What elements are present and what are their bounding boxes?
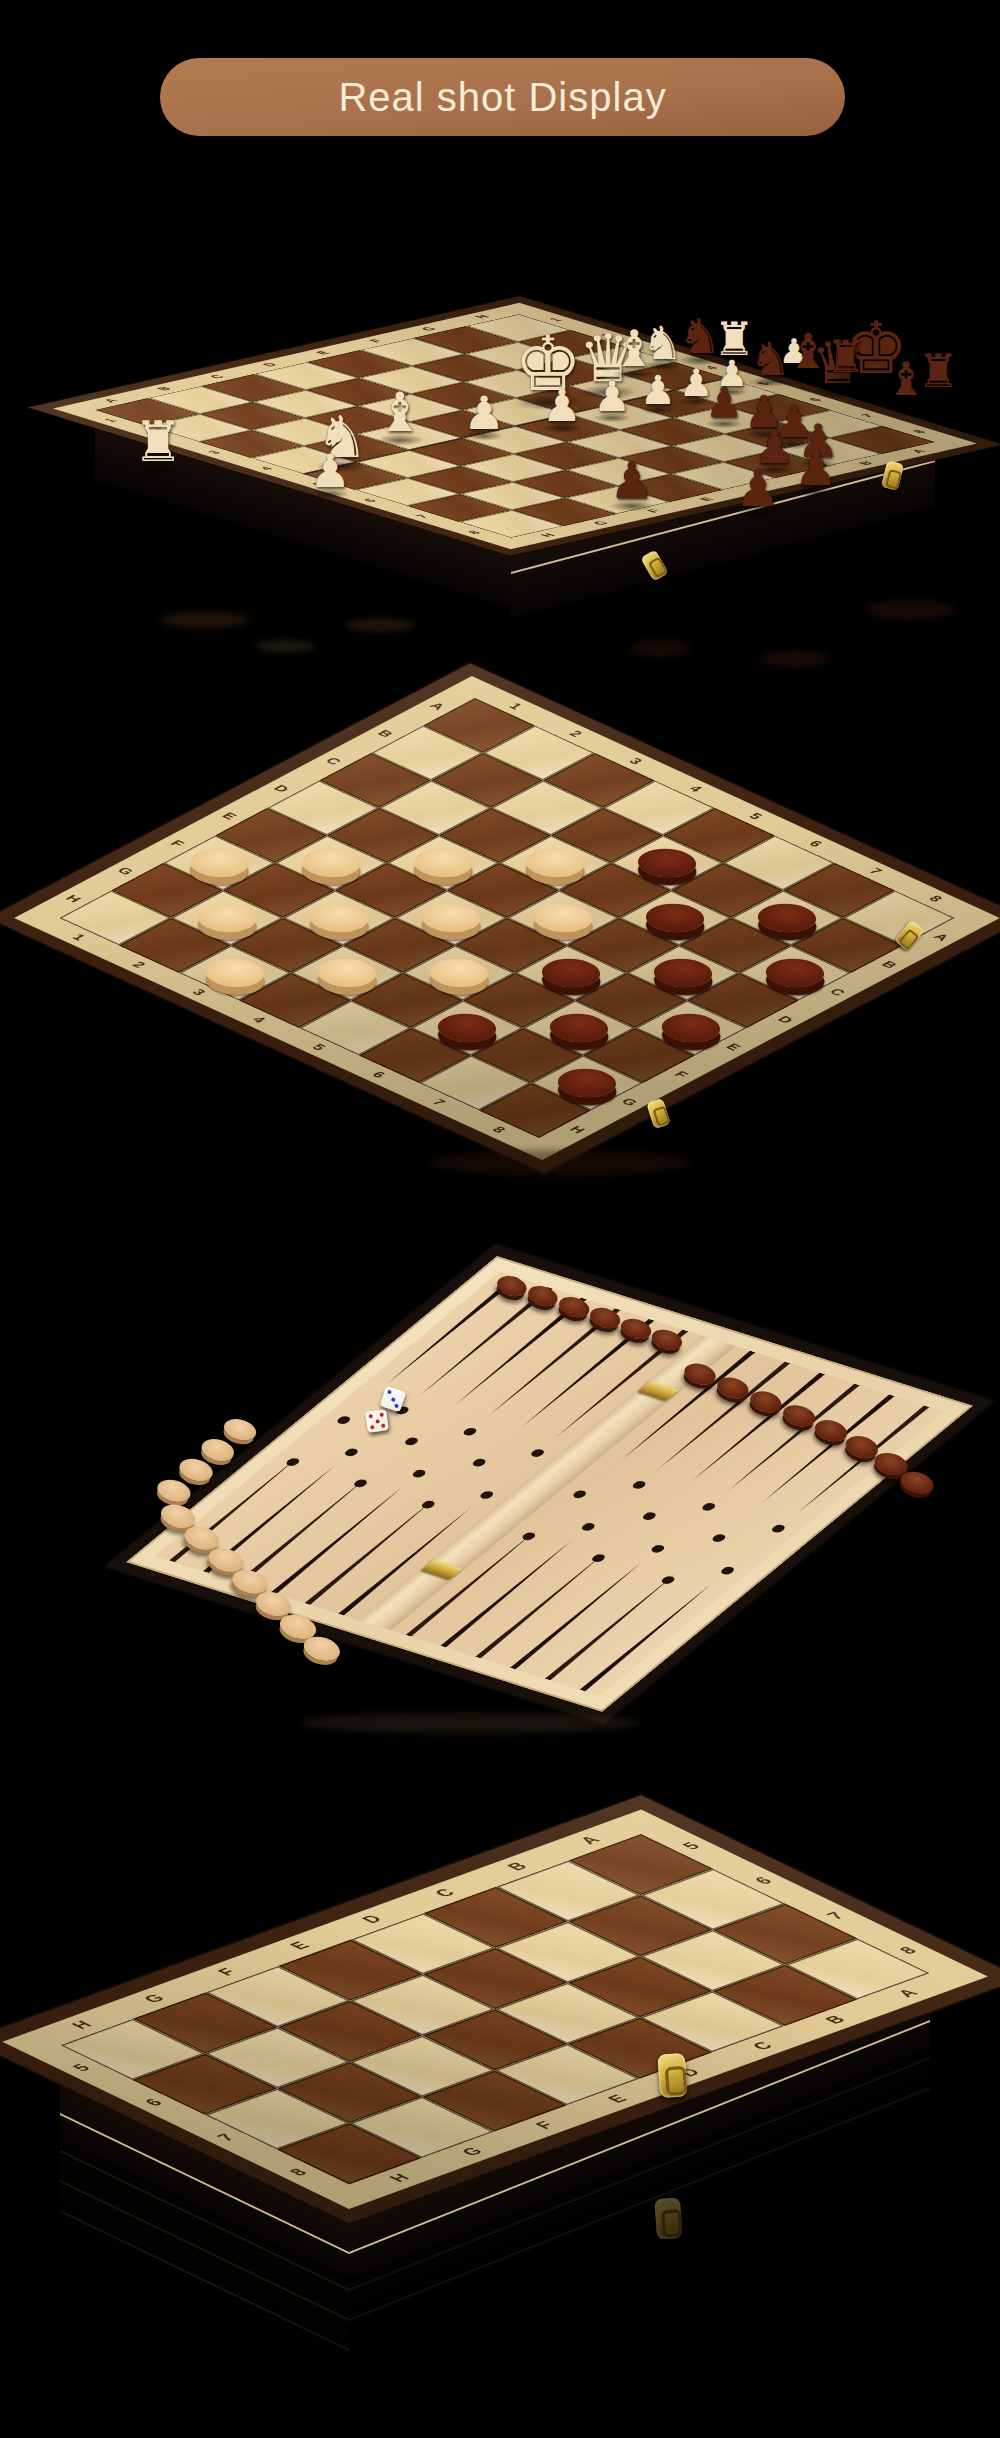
- chess-piece-dark: ♟: [736, 464, 781, 514]
- peg-hole: [640, 1511, 658, 1521]
- peg-hole: [460, 1427, 478, 1437]
- peg-hole: [520, 1531, 538, 1541]
- backgammon-checker-light: [199, 1435, 237, 1464]
- peg-hole: [710, 1533, 728, 1543]
- reflection: [160, 612, 250, 628]
- backgammon-checker-light: [221, 1416, 258, 1445]
- die-pip: [379, 1413, 384, 1418]
- die-pip: [375, 1419, 380, 1424]
- chess-piece-dark: ♜: [826, 335, 865, 379]
- die-icon: [365, 1409, 389, 1433]
- chess-piece-dark: ♝: [786, 327, 829, 375]
- chess-piece-white: ♟: [542, 384, 581, 428]
- chess-piece-white: ♞: [641, 320, 682, 366]
- die-pip: [370, 1424, 375, 1429]
- reflection: [630, 640, 690, 658]
- die-pip: [380, 1423, 385, 1428]
- backgammon-point: [256, 1481, 420, 1599]
- die-pip: [390, 1396, 395, 1401]
- reflection: [760, 650, 830, 668]
- page-root: { "banner": { "label": "Real shot Displa…: [0, 0, 1000, 2438]
- banner: Real shot Display: [160, 58, 845, 136]
- peg-hole: [283, 1457, 301, 1467]
- chess-piece-white: ♟: [463, 390, 504, 436]
- chess-piece-white: ♟: [309, 448, 350, 494]
- reflection: [865, 600, 955, 620]
- reflection: [430, 1150, 690, 1176]
- peg-hole: [334, 1415, 352, 1425]
- peg-hole: [769, 1524, 787, 1534]
- peg-hole: [659, 1575, 677, 1585]
- backgammon-outer-box: [105, 1244, 995, 1723]
- peg-hole: [571, 1489, 589, 1499]
- chess-piece-dark: ♟: [794, 444, 837, 492]
- reflection: [255, 640, 315, 652]
- peg-hole: [351, 1478, 369, 1488]
- chess-piece-dark: ♞: [749, 336, 790, 382]
- peg-hole: [470, 1458, 488, 1468]
- gold-clasp-icon: [654, 2197, 682, 2239]
- backgammon-field: [155, 1272, 944, 1696]
- chess-piece-white: ♟: [593, 376, 631, 418]
- peg-hole: [410, 1469, 428, 1479]
- die-pip: [394, 1403, 399, 1408]
- peg-hole: [649, 1544, 667, 1554]
- backgammon-divider: [358, 1336, 735, 1631]
- peg-hole: [419, 1500, 437, 1510]
- reflection: [300, 1712, 640, 1734]
- peg-hole: [342, 1447, 360, 1457]
- peg-hole: [528, 1448, 546, 1458]
- die-pip: [387, 1390, 392, 1395]
- chess-piece-dark: ♝: [885, 356, 926, 402]
- chess-piece-white: ♜: [133, 414, 183, 470]
- gold-clasp-icon: [657, 2053, 687, 2098]
- die-pip: [369, 1414, 374, 1419]
- peg-hole: [402, 1436, 420, 1446]
- peg-hole: [719, 1566, 737, 1576]
- peg-hole: [630, 1480, 648, 1490]
- chess-piece-white: ♟: [640, 370, 676, 410]
- peg-hole: [477, 1490, 495, 1500]
- reflection: [345, 618, 415, 632]
- chess-piece-dark: ♟: [610, 456, 655, 506]
- peg-hole: [700, 1502, 718, 1512]
- checkers-board-squares: [59, 698, 955, 1138]
- peg-hole: [590, 1553, 608, 1563]
- backgammon-checker-dark: [898, 1468, 937, 1498]
- backgammon-point: [565, 1578, 729, 1696]
- checkers-board-frame: 1122334455667788AABBCCDDEEFFGGHH: [0, 663, 1000, 1173]
- chess-piece-dark: ♟: [705, 382, 743, 424]
- chess-piece-dark: ♞: [678, 312, 721, 360]
- chess-piece-white: ♝: [376, 386, 424, 440]
- peg-hole: [579, 1522, 597, 1532]
